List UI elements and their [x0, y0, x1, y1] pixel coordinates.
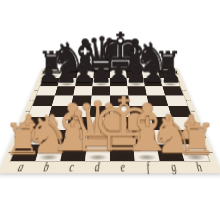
square-d1: ♛: [85, 145, 110, 162]
square-e1: ♚: [110, 145, 135, 162]
square-b2: ♟: [40, 130, 66, 145]
rank-label-4-right: 4: [183, 110, 203, 113]
square-e5: [110, 95, 129, 105]
square-f8: ♝: [126, 70, 143, 78]
chess-board: 87654321 87654321 ♜♞♝♛♚♝♞♜♟♟♟♟♟♟♟♟♟♟♟♟♟♟…: [0, 68, 220, 173]
rank-label-8-left: 8: [34, 73, 50, 75]
rank-label-3-left: 3: [11, 122, 32, 125]
file-label-c: c: [64, 161, 80, 173]
rank-label-7-right: 7: [172, 81, 189, 83]
square-d7: ♟: [93, 78, 110, 86]
square-d8: ♛: [93, 70, 110, 78]
rank-label-4-left: 4: [17, 110, 37, 113]
rank-label-6-right: 6: [175, 90, 193, 92]
square-b1: ♞: [36, 145, 64, 162]
square-d3: [88, 117, 110, 130]
square-e2: ♟: [110, 130, 133, 145]
rank-label-1-left: 1: [0, 151, 23, 155]
square-c3: [66, 117, 89, 130]
square-c8: ♝: [77, 70, 94, 78]
piece-shadow: [135, 139, 153, 144]
piece-shadow: [181, 139, 200, 144]
square-c5: [71, 95, 91, 105]
piece-shadow: [43, 139, 62, 144]
square-e4: [110, 106, 131, 117]
square-f5: [128, 95, 148, 105]
square-f4: [129, 106, 151, 117]
piece-shadow: [113, 139, 131, 144]
file-label-g: g: [165, 161, 182, 173]
piece-shadow: [67, 139, 85, 144]
rank-label-7-left: 7: [31, 81, 48, 83]
square-c6: [73, 86, 92, 95]
square-g3: [151, 117, 175, 130]
file-label-f: f: [140, 161, 156, 173]
square-f1: ♝: [133, 145, 159, 162]
file-label-h: h: [190, 161, 208, 173]
rank-label-2-right: 2: [192, 135, 215, 138]
rank-label-5-left: 5: [22, 99, 41, 101]
square-f7: ♟: [127, 78, 145, 86]
square-f6: [127, 86, 146, 95]
square-e6: [110, 86, 128, 95]
product-photo: 87654321 87654321 ♜♞♝♛♚♝♞♜♟♟♟♟♟♟♟♟♟♟♟♟♟♟…: [0, 0, 220, 220]
square-d6: [92, 86, 110, 95]
square-d2: ♟: [87, 130, 110, 145]
square-b7: ♟: [58, 78, 77, 86]
square-b4: [48, 106, 71, 117]
square-c2: ♟: [64, 130, 89, 145]
piece-shadow: [158, 139, 177, 144]
square-d5: [91, 95, 110, 105]
square-b3: [45, 117, 69, 130]
rank-label-1-right: 1: [197, 151, 220, 155]
file-label-b: b: [38, 161, 55, 173]
square-c7: ♟: [75, 78, 93, 86]
square-b6: [55, 86, 75, 95]
square-f2: ♟: [132, 130, 157, 145]
file-label-e: e: [116, 161, 131, 173]
file-labels: abcdefgh: [6, 161, 214, 173]
piece-shadow: [20, 139, 39, 144]
square-e3: [110, 117, 132, 130]
rank-label-8-right: 8: [169, 73, 185, 75]
square-b8: ♞: [60, 70, 78, 78]
square-d4: [89, 106, 110, 117]
square-e8: ♚: [110, 70, 127, 78]
square-c4: [69, 106, 91, 117]
rank-label-5-right: 5: [179, 99, 198, 101]
square-f3: [131, 117, 154, 130]
rank-label-2-left: 2: [5, 135, 28, 138]
square-b5: [52, 95, 73, 105]
piece-shadow: [90, 139, 108, 144]
square-e7: ♟: [110, 78, 127, 86]
file-label-a: a: [12, 161, 30, 173]
rank-label-6-left: 6: [27, 90, 45, 92]
rank-label-3-right: 3: [187, 122, 208, 125]
square-c1: ♝: [60, 145, 86, 162]
file-label-d: d: [90, 161, 105, 173]
